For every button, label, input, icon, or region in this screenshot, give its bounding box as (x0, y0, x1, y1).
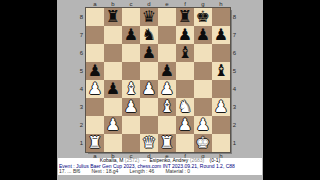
piece-black-c7: ♟ (122, 26, 140, 44)
square-h6 (212, 44, 230, 62)
square-e8 (158, 8, 176, 26)
square-d8: ♛ (140, 8, 158, 26)
square-h8 (212, 8, 230, 26)
rank-label-5: 5 (78, 62, 85, 80)
rank-label-2: 2 (78, 116, 85, 134)
file-label-h: h (212, 1, 230, 8)
square-b7 (104, 26, 122, 44)
rank-label-5: 5 (231, 62, 238, 80)
square-e2 (158, 116, 176, 134)
square-f8: ♜ (176, 8, 194, 26)
square-b2: ♟ (104, 116, 122, 134)
piece-black-e5: ♟ (158, 62, 176, 80)
square-g4 (194, 80, 212, 98)
material-balance: Material : 0 (165, 169, 190, 175)
status-line: 17. ... Bf6 Next : 18.g4 Length : 46 Mat… (58, 169, 262, 175)
piece-white-b2: ♟ (104, 116, 122, 134)
square-a8 (86, 8, 104, 26)
piece-black-d7: ♞ (140, 26, 158, 44)
piece-black-d8: ♛ (140, 8, 158, 26)
piece-black-b8: ♜ (104, 8, 122, 26)
square-b8: ♜ (104, 8, 122, 26)
video-frame: { "game": "chess", "position": { "fen": … (0, 0, 320, 180)
square-b5 (104, 62, 122, 80)
piece-black-h7: ♟ (212, 26, 230, 44)
square-g6 (194, 44, 212, 62)
piece-white-a4: ♟ (86, 80, 104, 98)
square-c5 (122, 62, 140, 80)
piece-black-a5: ♟ (86, 62, 104, 80)
piece-white-d4: ♟ (140, 80, 158, 98)
square-d1: ♛ (140, 134, 158, 152)
piece-white-g1: ♚ (194, 134, 212, 152)
square-h4 (212, 80, 230, 98)
piece-black-f7: ♟ (176, 26, 194, 44)
square-f6: ♝ (176, 44, 194, 62)
square-a1: ♜ (86, 134, 104, 152)
piece-white-e3: ♝ (158, 98, 176, 116)
square-h5: ♝ (212, 62, 230, 80)
last-move: 17. ... Bf6 (59, 169, 80, 175)
square-f3: ♞ (176, 98, 194, 116)
piece-white-f3: ♞ (176, 98, 194, 116)
square-f1 (176, 134, 194, 152)
rank-label-1: 1 (231, 134, 238, 152)
square-a7 (86, 26, 104, 44)
file-label-c: c (122, 1, 140, 8)
square-c2 (122, 116, 140, 134)
square-g2: ♟ (194, 116, 212, 134)
square-a4: ♟ (86, 80, 104, 98)
square-d4: ♟ (140, 80, 158, 98)
square-f2: ♟ (176, 116, 194, 134)
square-a3 (86, 98, 104, 116)
square-f5 (176, 62, 194, 80)
square-h2 (212, 116, 230, 134)
square-d7: ♞ (140, 26, 158, 44)
rank-labels-left: 87654321 (78, 8, 85, 152)
square-c8 (122, 8, 140, 26)
square-d3 (140, 98, 158, 116)
square-e7 (158, 26, 176, 44)
square-h7: ♟ (212, 26, 230, 44)
rank-label-8: 8 (231, 8, 238, 26)
piece-black-g7: ♟ (194, 26, 212, 44)
rank-label-3: 3 (78, 98, 85, 116)
square-a2 (86, 116, 104, 134)
rank-label-6: 6 (231, 44, 238, 62)
piece-white-d1: ♛ (140, 134, 158, 152)
square-b1 (104, 134, 122, 152)
square-h3: ♟ (212, 98, 230, 116)
piece-white-c4: ♝ (122, 80, 140, 98)
square-e1: ♜ (158, 134, 176, 152)
square-c3: ♟ (122, 98, 140, 116)
piece-black-h5: ♝ (212, 62, 230, 80)
square-a5: ♟ (86, 62, 104, 80)
square-c1 (122, 134, 140, 152)
square-e5: ♟ (158, 62, 176, 80)
file-label-a: a (86, 1, 104, 8)
rank-label-4: 4 (78, 80, 85, 98)
rank-label-4: 4 (231, 80, 238, 98)
rank-label-6: 6 (78, 44, 85, 62)
square-b3 (104, 98, 122, 116)
piece-black-d6: ♟ (140, 44, 158, 62)
rank-label-7: 7 (78, 26, 85, 44)
square-b6 (104, 44, 122, 62)
square-g3 (194, 98, 212, 116)
rank-label-2: 2 (231, 116, 238, 134)
square-d5 (140, 62, 158, 80)
square-b4: ♟ (104, 80, 122, 98)
square-g1: ♚ (194, 134, 212, 152)
square-e3: ♝ (158, 98, 176, 116)
square-e4: ♟ (158, 80, 176, 98)
rank-label-8: 8 (78, 8, 85, 26)
piece-black-f8: ♜ (176, 8, 194, 26)
square-d2 (140, 116, 158, 134)
square-c7: ♟ (122, 26, 140, 44)
chess-board: ♜♛♜♚♟♞♟♟♟♟♝♟♟♝♟♟♝♟♟♟♝♞♟♟♟♟♜♛♜♚ (86, 8, 230, 152)
game-info-panel: Kobalia, M (2572) -- Esipenko, Andrey (2… (58, 158, 262, 175)
square-c6 (122, 44, 140, 62)
square-g8: ♚ (194, 8, 212, 26)
square-f4 (176, 80, 194, 98)
file-label-e: e (158, 1, 176, 8)
square-f7: ♟ (176, 26, 194, 44)
piece-white-h3: ♟ (212, 98, 230, 116)
piece-white-f2: ♟ (176, 116, 194, 134)
piece-white-e1: ♜ (158, 134, 176, 152)
piece-black-b4: ♟ (104, 80, 122, 98)
square-c4: ♝ (122, 80, 140, 98)
square-g7: ♟ (194, 26, 212, 44)
event-line: Event : Julius Baer Gen Cup 2023, chess.… (58, 164, 262, 170)
piece-black-g8: ♚ (194, 8, 212, 26)
content-area: abcdefgh 87654321 87654321 ♜♛♜♚♟♞♟♟♟♟♝♟♟… (57, 0, 263, 180)
piece-black-f6: ♝ (176, 44, 194, 62)
square-a6 (86, 44, 104, 62)
rank-label-7: 7 (231, 26, 238, 44)
rank-labels-right: 87654321 (231, 8, 238, 152)
square-d6: ♟ (140, 44, 158, 62)
piece-white-e4: ♟ (158, 80, 176, 98)
piece-white-c3: ♟ (122, 98, 140, 116)
square-g5 (194, 62, 212, 80)
square-h1 (212, 134, 230, 152)
next-move: Next : 18.g4 (91, 169, 118, 175)
rank-label-1: 1 (78, 134, 85, 152)
game-length: Length : 46 (129, 169, 154, 175)
piece-white-g2: ♟ (194, 116, 212, 134)
rank-label-3: 3 (231, 98, 238, 116)
piece-white-a1: ♜ (86, 134, 104, 152)
square-e6 (158, 44, 176, 62)
